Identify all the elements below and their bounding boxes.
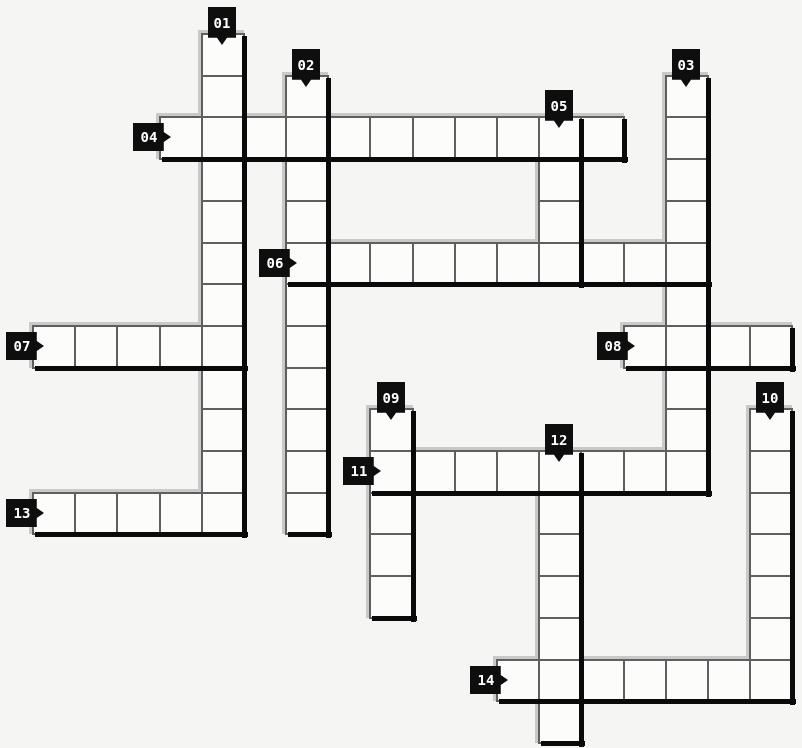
cell-r16-c13[interactable]: [538, 659, 582, 702]
cell-r6-c12[interactable]: [496, 242, 540, 285]
cell-r15-c18[interactable]: [749, 617, 793, 661]
crossword-board: 0102030405060708091011121314: [0, 0, 802, 748]
cell-r8-c4[interactable]: [159, 325, 203, 369]
cell-r6-c5[interactable]: [201, 242, 245, 285]
cell-r9-c5[interactable]: [201, 367, 245, 410]
cell-r9-c16[interactable]: [665, 367, 709, 410]
cell-r5-c7[interactable]: [285, 200, 329, 244]
cell-r8-c16[interactable]: [665, 325, 709, 369]
cell-r4-c16[interactable]: [665, 158, 709, 202]
cell-r12-c18[interactable]: [749, 492, 793, 535]
cell-r12-c4[interactable]: [159, 492, 203, 535]
cell-r12-c3[interactable]: [116, 492, 161, 535]
cell-r15-c13[interactable]: [538, 617, 582, 661]
word-shadow-right: [790, 411, 795, 705]
cell-r12-c13[interactable]: [538, 492, 582, 535]
word-shadow-bottom: [288, 282, 712, 287]
cell-r4-c5[interactable]: [201, 158, 245, 202]
cell-r11-c7[interactable]: [285, 450, 329, 494]
cell-r6-c11[interactable]: [454, 242, 498, 285]
cell-r6-c14[interactable]: [580, 242, 625, 285]
cell-r12-c2[interactable]: [74, 492, 118, 535]
cell-r14-c18[interactable]: [749, 575, 793, 619]
cell-r3-c8[interactable]: [327, 116, 371, 160]
word-shadow-right: [242, 36, 247, 538]
cell-r12-c5[interactable]: [201, 492, 245, 535]
cell-r10-c7[interactable]: [285, 408, 329, 452]
cell-r11-c15[interactable]: [623, 450, 667, 494]
cell-r6-c15[interactable]: [623, 242, 667, 285]
cell-r3-c11[interactable]: [454, 116, 498, 160]
cell-r8-c5[interactable]: [201, 325, 245, 369]
cell-r14-c9[interactable]: [369, 575, 414, 619]
cell-r6-c9[interactable]: [369, 242, 414, 285]
cell-r13-c13[interactable]: [538, 533, 582, 577]
cell-r3-c12[interactable]: [496, 116, 540, 160]
word-shadow-bottom: [35, 366, 248, 371]
cell-r11-c14[interactable]: [580, 450, 625, 494]
cell-r9-c7[interactable]: [285, 367, 329, 410]
cell-r3-c9[interactable]: [369, 116, 414, 160]
cell-r8-c7[interactable]: [285, 325, 329, 369]
cell-r5-c5[interactable]: [201, 200, 245, 244]
cell-r11-c12[interactable]: [496, 450, 540, 494]
cell-r3-c10[interactable]: [412, 116, 456, 160]
word-shadow-bottom: [626, 366, 796, 371]
cell-r11-c11[interactable]: [454, 450, 498, 494]
cell-r4-c13[interactable]: [538, 158, 582, 202]
cell-r13-c9[interactable]: [369, 533, 414, 577]
cell-r12-c9[interactable]: [369, 492, 414, 535]
cell-r13-c18[interactable]: [749, 533, 793, 577]
cell-r16-c14[interactable]: [580, 659, 625, 702]
cell-r16-c17[interactable]: [707, 659, 751, 702]
cell-r5-c13[interactable]: [538, 200, 582, 244]
cell-r11-c5[interactable]: [201, 450, 245, 494]
cell-r6-c13[interactable]: [538, 242, 582, 285]
cell-r10-c5[interactable]: [201, 408, 245, 452]
word-shadow-bottom: [541, 741, 585, 746]
cell-r12-c7[interactable]: [285, 492, 329, 535]
cell-r3-c7[interactable]: [285, 116, 329, 160]
cell-r4-c7[interactable]: [285, 158, 329, 202]
word-shadow-bottom: [372, 616, 417, 621]
cell-r17-c13[interactable]: [538, 700, 582, 744]
cell-r7-c7[interactable]: [285, 283, 329, 327]
cell-r3-c14[interactable]: [580, 116, 625, 160]
word-shadow-right: [579, 119, 584, 288]
cell-r5-c16[interactable]: [665, 200, 709, 244]
cell-r2-c5[interactable]: [201, 75, 245, 118]
word-shadow-bottom: [499, 699, 796, 704]
cell-r3-c5[interactable]: [201, 116, 245, 160]
cell-r6-c16[interactable]: [665, 242, 709, 285]
cell-r6-c8[interactable]: [327, 242, 371, 285]
cell-r11-c10[interactable]: [412, 450, 456, 494]
word-shadow-bottom: [372, 491, 712, 496]
cell-r7-c16[interactable]: [665, 283, 709, 327]
word-shadow-bottom: [288, 532, 332, 537]
word-shadow-right: [326, 78, 331, 538]
cell-r8-c2[interactable]: [74, 325, 118, 369]
cell-r11-c16[interactable]: [665, 450, 709, 494]
cell-r11-c18[interactable]: [749, 450, 793, 494]
cell-r7-c5[interactable]: [201, 283, 245, 327]
cell-r16-c15[interactable]: [623, 659, 667, 702]
cell-r16-c18[interactable]: [749, 659, 793, 702]
word-shadow-bottom: [162, 157, 628, 162]
cell-r8-c17[interactable]: [707, 325, 751, 369]
word-shadow-right: [411, 411, 416, 622]
cell-r6-c10[interactable]: [412, 242, 456, 285]
cell-r8-c18[interactable]: [749, 325, 793, 369]
cell-r10-c16[interactable]: [665, 408, 709, 452]
cell-r3-c16[interactable]: [665, 116, 709, 160]
cell-r16-c16[interactable]: [665, 659, 709, 702]
cell-r8-c3[interactable]: [116, 325, 161, 369]
cell-r14-c13[interactable]: [538, 575, 582, 619]
word-shadow-bottom: [35, 532, 248, 537]
cell-r3-c6[interactable]: [243, 116, 287, 160]
